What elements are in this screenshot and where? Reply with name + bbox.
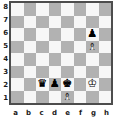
board-layout: 87654321 ♟♟♝♗♛♛♟♟♚♚♚♔♝♗ abcdefgh [0,1,113,118]
square-a4[interactable] [11,53,24,66]
square-g6[interactable]: ♟♟ [86,28,99,41]
white-bishop-glyph: ♗ [62,91,72,103]
square-a5[interactable] [11,41,24,54]
square-e3[interactable] [61,66,74,79]
square-e1[interactable]: ♝♗ [61,91,74,104]
square-g3[interactable] [86,66,99,79]
square-d5[interactable] [49,41,62,54]
square-a1[interactable] [11,91,24,104]
black-pawn-glyph: ♟ [87,28,97,40]
square-b6[interactable] [24,28,37,41]
square-b1[interactable] [24,91,37,104]
square-d4[interactable] [49,53,62,66]
white-bishop-glyph: ♗ [87,41,97,53]
file-label-f: f [74,105,87,118]
square-g7[interactable] [86,16,99,29]
file-labels: abcdefgh [9,105,113,118]
file-label-d: d [48,105,61,118]
square-e6[interactable] [61,28,74,41]
square-h2[interactable] [99,78,112,91]
square-g1[interactable] [86,91,99,104]
white-king-glyph: ♔ [87,78,97,90]
square-d1[interactable] [49,91,62,104]
square-c7[interactable] [36,16,49,29]
piece-black-queen: ♛♛ [37,78,47,91]
rank-label-4: 4 [0,53,9,66]
piece-black-king: ♚♚ [62,78,72,91]
square-g8[interactable] [86,3,99,16]
square-c3[interactable] [36,66,49,79]
square-h6[interactable] [99,28,112,41]
square-e2[interactable]: ♚♚ [61,78,74,91]
square-b8[interactable] [24,3,37,16]
square-c4[interactable] [36,53,49,66]
square-d2[interactable]: ♟♟ [49,78,62,91]
square-b3[interactable] [24,66,37,79]
square-h5[interactable] [99,41,112,54]
square-h4[interactable] [99,53,112,66]
chess-diagram: 87654321 ♟♟♝♗♛♛♟♟♚♚♚♔♝♗ abcdefgh [0,0,118,118]
square-a2[interactable] [11,78,24,91]
square-c6[interactable] [36,28,49,41]
square-f8[interactable] [74,3,87,16]
rank-label-2: 2 [0,79,9,92]
black-king-glyph: ♚ [62,78,72,90]
square-f1[interactable] [74,91,87,104]
square-b4[interactable] [24,53,37,66]
square-d7[interactable] [49,16,62,29]
rank-label-8: 8 [0,1,9,14]
square-a8[interactable] [11,3,24,16]
square-f4[interactable] [74,53,87,66]
square-f6[interactable] [74,28,87,41]
rank-label-7: 7 [0,14,9,27]
piece-white-king: ♚♔ [87,78,97,91]
file-label-a: a [9,105,22,118]
chess-board: ♟♟♝♗♛♛♟♟♚♚♚♔♝♗ [9,1,113,105]
square-g4[interactable] [86,53,99,66]
square-e8[interactable] [61,3,74,16]
square-f5[interactable] [74,41,87,54]
black-queen-glyph: ♛ [37,78,47,90]
piece-white-bishop: ♝♗ [62,91,72,104]
file-label-h: h [100,105,113,118]
rank-label-6: 6 [0,27,9,40]
square-c2[interactable]: ♛♛ [36,78,49,91]
black-pawn-glyph: ♟ [50,78,60,90]
rank-labels: 87654321 [0,1,9,105]
square-h8[interactable] [99,3,112,16]
rank-label-1: 1 [0,92,9,105]
square-f7[interactable] [74,16,87,29]
square-b7[interactable] [24,16,37,29]
file-label-e: e [61,105,74,118]
square-d6[interactable] [49,28,62,41]
rank-label-5: 5 [0,40,9,53]
square-h1[interactable] [99,91,112,104]
square-g5[interactable]: ♝♗ [86,41,99,54]
square-h7[interactable] [99,16,112,29]
square-a3[interactable] [11,66,24,79]
corner-spacer [0,105,9,118]
square-c8[interactable] [36,3,49,16]
square-e7[interactable] [61,16,74,29]
square-e5[interactable] [61,41,74,54]
square-e4[interactable] [61,53,74,66]
square-d3[interactable] [49,66,62,79]
square-f2[interactable] [74,78,87,91]
file-label-c: c [35,105,48,118]
square-d8[interactable] [49,3,62,16]
piece-black-pawn: ♟♟ [87,28,97,41]
square-b2[interactable] [24,78,37,91]
square-f3[interactable] [74,66,87,79]
square-b5[interactable] [24,41,37,54]
rank-label-3: 3 [0,66,9,79]
piece-white-bishop: ♝♗ [87,41,97,54]
piece-black-pawn: ♟♟ [50,78,60,91]
square-a6[interactable] [11,28,24,41]
square-c1[interactable] [36,91,49,104]
square-c5[interactable] [36,41,49,54]
square-g2[interactable]: ♚♔ [86,78,99,91]
square-h3[interactable] [99,66,112,79]
file-label-b: b [22,105,35,118]
square-a7[interactable] [11,16,24,29]
file-label-g: g [87,105,100,118]
